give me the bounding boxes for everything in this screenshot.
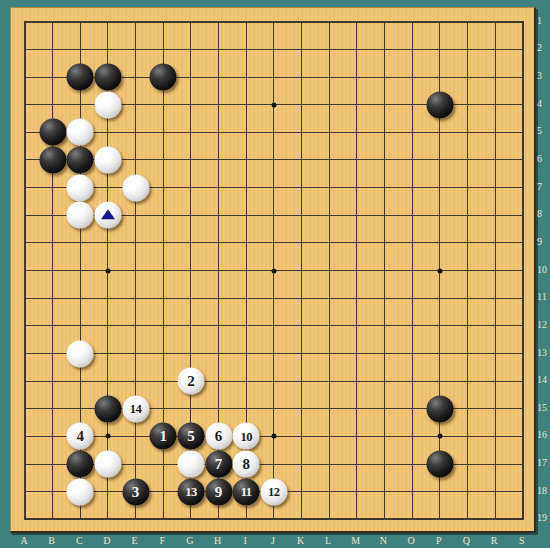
white-stone-C8 (67, 202, 94, 229)
grid-line-horizontal (24, 325, 524, 326)
row-label-12: 12 (537, 320, 547, 330)
white-stone-C18 (67, 478, 94, 505)
move-number-label: 6 (215, 429, 223, 444)
row-label-14: 14 (537, 375, 547, 385)
white-stone-C5 (67, 119, 94, 146)
go-board[interactable]: 2144156107831391112 (10, 7, 536, 533)
move-number-label: 9 (215, 484, 223, 499)
move-number-label: 14 (130, 403, 142, 416)
move-number-label: 8 (242, 457, 250, 472)
column-label-J: J (271, 536, 275, 546)
white-stone-C13 (67, 340, 94, 367)
star-point-J16 (271, 434, 276, 439)
white-stone-D4 (94, 91, 121, 118)
grid-line-horizontal (24, 518, 524, 520)
row-label-3: 3 (537, 71, 542, 81)
black-stone-G16: 5 (177, 423, 204, 450)
column-label-Q: Q (463, 536, 470, 546)
black-stone-C6 (67, 146, 94, 173)
column-label-B: B (48, 536, 55, 546)
grid-line-vertical (329, 21, 330, 521)
white-stone-I16: 10 (233, 423, 260, 450)
row-label-9: 9 (537, 237, 542, 247)
star-point-D10 (105, 268, 110, 273)
black-stone-B6 (39, 146, 66, 173)
move-number-label: 10 (240, 430, 252, 443)
column-label-A: A (20, 536, 27, 546)
row-label-5: 5 (537, 126, 542, 136)
white-stone-C7 (67, 174, 94, 201)
black-stone-P15 (426, 395, 453, 422)
move-number-label: 2 (187, 374, 195, 389)
grid-line-vertical (384, 21, 385, 521)
move-number-label: 1 (160, 429, 168, 444)
star-point-J10 (271, 268, 276, 273)
black-stone-E18: 3 (122, 478, 149, 505)
column-label-H: H (214, 536, 221, 546)
grid-line-horizontal (24, 381, 524, 382)
grid-line-vertical (522, 21, 524, 521)
black-stone-F3 (150, 64, 177, 91)
row-label-10: 10 (537, 265, 547, 275)
white-stone-E7 (122, 174, 149, 201)
move-number-label: 11 (241, 486, 252, 499)
row-label-8: 8 (537, 209, 542, 219)
row-label-11: 11 (537, 292, 547, 302)
row-label-13: 13 (537, 348, 547, 358)
column-label-E: E (132, 536, 138, 546)
row-label-4: 4 (537, 99, 542, 109)
grid-line-vertical (301, 21, 302, 521)
black-stone-F16: 1 (150, 423, 177, 450)
black-stone-C17 (67, 451, 94, 478)
column-label-M: M (351, 536, 360, 546)
black-stone-D3 (94, 64, 121, 91)
star-point-P10 (437, 268, 442, 273)
row-label-17: 17 (537, 458, 547, 468)
black-stone-P17 (426, 451, 453, 478)
white-stone-G14: 2 (177, 368, 204, 395)
column-label-G: G (186, 536, 193, 546)
white-stone-H16: 6 (205, 423, 232, 450)
column-label-R: R (491, 536, 498, 546)
move-number-label: 13 (185, 486, 197, 499)
white-stone-D6 (94, 146, 121, 173)
column-label-O: O (407, 536, 414, 546)
grid-line-vertical (467, 21, 468, 521)
row-label-1: 1 (537, 16, 542, 26)
white-stone-D17 (94, 451, 121, 478)
white-stone-G17 (177, 451, 204, 478)
column-label-C: C (76, 536, 83, 546)
white-stone-C16: 4 (67, 423, 94, 450)
column-label-S: S (519, 536, 525, 546)
triangle-marker-D8 (101, 209, 115, 219)
column-label-F: F (159, 536, 165, 546)
column-label-L: L (325, 536, 331, 546)
black-stone-H18: 9 (205, 478, 232, 505)
black-stone-I18: 11 (233, 478, 260, 505)
white-stone-I17: 8 (233, 451, 260, 478)
grid-line-horizontal (24, 298, 524, 299)
black-stone-B5 (39, 119, 66, 146)
move-number-label: 5 (187, 429, 195, 444)
row-label-2: 2 (537, 43, 542, 53)
black-stone-C3 (67, 64, 94, 91)
grid-line-vertical (495, 21, 496, 521)
column-label-I: I (244, 536, 247, 546)
star-point-P16 (437, 434, 442, 439)
black-stone-P4 (426, 91, 453, 118)
column-label-D: D (103, 536, 110, 546)
go-diagram: 2144156107831391112 ABCDEFGHIJKLMNOPQRS … (0, 0, 550, 548)
row-label-15: 15 (537, 403, 547, 413)
white-stone-E15: 14 (122, 395, 149, 422)
black-stone-G18: 13 (177, 478, 204, 505)
move-number-label: 12 (268, 486, 280, 499)
move-number-label: 7 (215, 457, 223, 472)
grid-line-vertical (356, 21, 357, 521)
row-label-18: 18 (537, 486, 547, 496)
grid-line-horizontal (24, 353, 524, 354)
star-point-J4 (271, 102, 276, 107)
black-stone-D15 (94, 395, 121, 422)
column-label-P: P (436, 536, 442, 546)
column-label-N: N (380, 536, 387, 546)
star-point-D16 (105, 434, 110, 439)
row-label-16: 16 (537, 430, 547, 440)
move-number-label: 3 (132, 484, 140, 499)
column-label-K: K (297, 536, 304, 546)
row-label-6: 6 (537, 154, 542, 164)
grid-line-vertical (412, 21, 413, 521)
row-label-7: 7 (537, 182, 542, 192)
row-label-19: 19 (537, 513, 547, 523)
black-stone-H17: 7 (205, 451, 232, 478)
white-stone-J18: 12 (260, 478, 287, 505)
move-number-label: 4 (77, 429, 85, 444)
